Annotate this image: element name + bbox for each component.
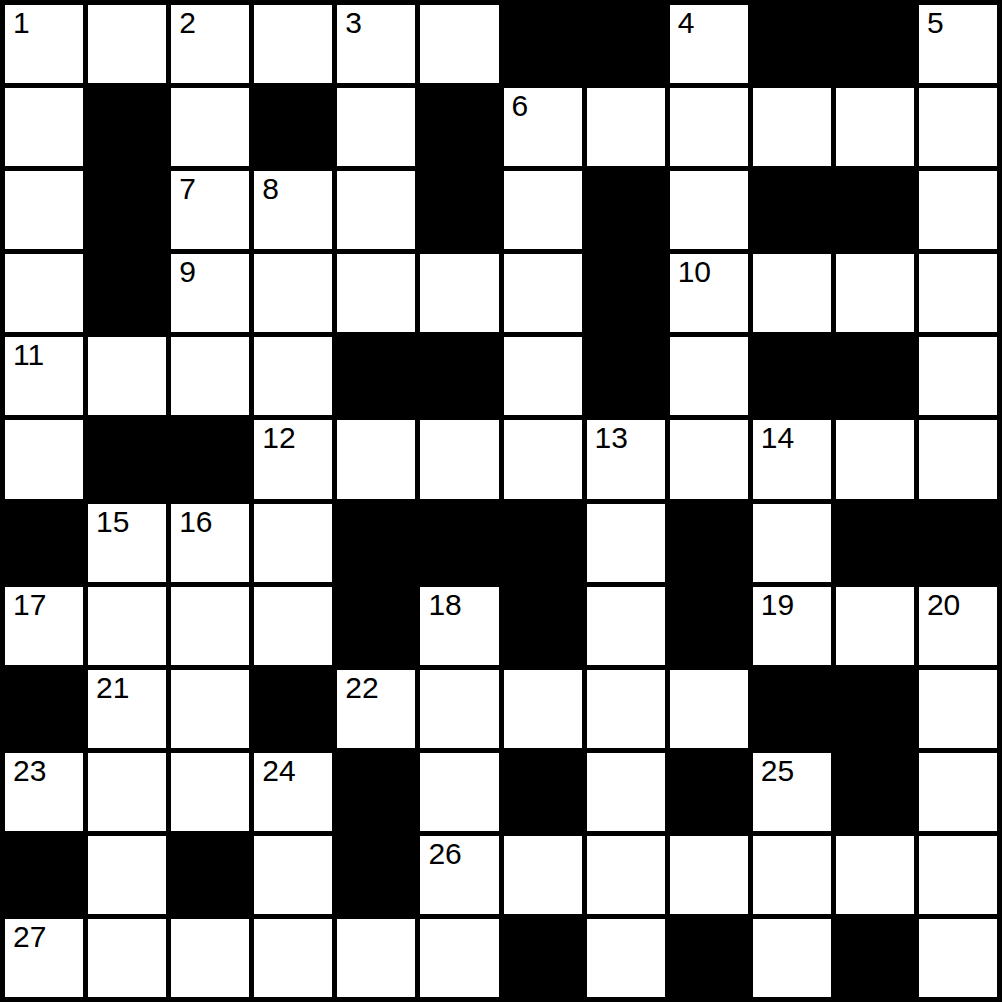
clue-number: 17	[13, 588, 46, 623]
black-cell	[919, 504, 997, 582]
white-cell[interactable]	[836, 254, 914, 332]
black-cell	[670, 587, 748, 665]
white-cell[interactable]	[670, 670, 748, 748]
white-cell[interactable]	[88, 587, 166, 665]
white-cell[interactable]: 5	[919, 5, 997, 83]
white-cell[interactable]	[670, 420, 748, 498]
white-cell[interactable]	[88, 919, 166, 997]
white-cell[interactable]: 14	[753, 420, 831, 498]
white-cell[interactable]	[504, 254, 582, 332]
black-cell	[670, 504, 748, 582]
white-cell[interactable]	[88, 5, 166, 83]
white-cell[interactable]	[171, 670, 249, 748]
white-cell[interactable]	[504, 171, 582, 249]
white-cell[interactable]	[587, 753, 665, 831]
white-cell[interactable]	[753, 836, 831, 914]
white-cell[interactable]	[587, 919, 665, 997]
black-cell	[504, 919, 582, 997]
white-cell[interactable]	[587, 504, 665, 582]
black-cell	[670, 753, 748, 831]
white-cell[interactable]: 9	[171, 254, 249, 332]
white-cell[interactable]	[337, 88, 415, 166]
white-cell[interactable]: 21	[88, 670, 166, 748]
black-cell	[420, 88, 498, 166]
white-cell[interactable]	[254, 337, 332, 415]
clue-number: 9	[179, 255, 196, 290]
black-cell	[420, 337, 498, 415]
black-cell	[753, 670, 831, 748]
clue-number: 16	[179, 505, 212, 540]
black-cell	[254, 670, 332, 748]
crossword-board: 1234567891011121314151617181920212223242…	[0, 0, 1002, 1002]
black-cell	[587, 171, 665, 249]
clue-number: 13	[595, 421, 628, 456]
white-cell[interactable]	[670, 836, 748, 914]
white-cell[interactable]	[753, 88, 831, 166]
black-cell	[171, 420, 249, 498]
white-cell[interactable]	[88, 753, 166, 831]
clue-number: 3	[345, 6, 362, 41]
white-cell[interactable]: 2	[171, 5, 249, 83]
white-cell[interactable]	[753, 254, 831, 332]
black-cell	[836, 5, 914, 83]
white-cell[interactable]	[753, 919, 831, 997]
black-cell	[836, 171, 914, 249]
black-cell	[836, 753, 914, 831]
black-cell	[753, 337, 831, 415]
white-cell[interactable]	[171, 919, 249, 997]
white-cell[interactable]	[836, 420, 914, 498]
white-cell[interactable]: 6	[504, 88, 582, 166]
white-cell[interactable]	[587, 836, 665, 914]
white-cell[interactable]	[171, 337, 249, 415]
clue-number: 7	[179, 172, 196, 207]
white-cell[interactable]	[587, 88, 665, 166]
white-cell[interactable]: 12	[254, 420, 332, 498]
clue-number: 21	[96, 671, 129, 706]
clue-number: 19	[761, 588, 794, 623]
clue-number: 18	[428, 588, 461, 623]
white-cell[interactable]	[420, 753, 498, 831]
white-cell[interactable]: 23	[5, 753, 83, 831]
white-cell[interactable]	[337, 171, 415, 249]
black-cell	[504, 504, 582, 582]
black-cell	[171, 836, 249, 914]
black-cell	[753, 5, 831, 83]
white-cell[interactable]: 19	[753, 587, 831, 665]
white-cell[interactable]	[836, 587, 914, 665]
clue-number: 2	[179, 6, 196, 41]
white-cell[interactable]: 15	[88, 504, 166, 582]
black-cell	[420, 504, 498, 582]
clue-number: 27	[13, 920, 46, 955]
black-cell	[587, 254, 665, 332]
white-cell[interactable]	[171, 753, 249, 831]
white-cell[interactable]: 26	[420, 836, 498, 914]
clue-number: 23	[13, 754, 46, 789]
white-cell[interactable]: 25	[753, 753, 831, 831]
black-cell	[5, 504, 83, 582]
black-cell	[5, 836, 83, 914]
black-cell	[5, 670, 83, 748]
white-cell[interactable]	[420, 5, 498, 83]
white-cell[interactable]: 7	[171, 171, 249, 249]
black-cell	[337, 504, 415, 582]
black-cell	[836, 919, 914, 997]
black-cell	[88, 88, 166, 166]
white-cell[interactable]	[753, 504, 831, 582]
clue-number: 15	[96, 505, 129, 540]
black-cell	[836, 504, 914, 582]
white-cell[interactable]	[919, 670, 997, 748]
white-cell[interactable]	[836, 836, 914, 914]
white-cell[interactable]	[836, 88, 914, 166]
white-cell[interactable]	[504, 836, 582, 914]
black-cell	[337, 587, 415, 665]
black-cell	[587, 5, 665, 83]
black-cell	[88, 254, 166, 332]
white-cell[interactable]	[5, 88, 83, 166]
black-cell	[337, 753, 415, 831]
white-cell[interactable]	[5, 420, 83, 498]
white-cell[interactable]	[587, 670, 665, 748]
clue-number: 12	[262, 421, 295, 456]
black-cell	[254, 88, 332, 166]
clue-number: 10	[678, 255, 711, 290]
white-cell[interactable]	[919, 88, 997, 166]
white-cell[interactable]: 11	[5, 337, 83, 415]
white-cell[interactable]	[504, 670, 582, 748]
white-cell[interactable]: 4	[670, 5, 748, 83]
white-cell[interactable]: 27	[5, 919, 83, 997]
clue-number: 24	[262, 754, 295, 789]
white-cell[interactable]	[670, 337, 748, 415]
white-cell[interactable]: 20	[919, 587, 997, 665]
white-cell[interactable]: 8	[254, 171, 332, 249]
black-cell	[504, 753, 582, 831]
white-cell[interactable]	[420, 919, 498, 997]
white-cell[interactable]: 24	[254, 753, 332, 831]
white-cell[interactable]	[919, 753, 997, 831]
white-cell[interactable]	[919, 420, 997, 498]
black-cell	[753, 171, 831, 249]
white-cell[interactable]	[670, 88, 748, 166]
white-cell[interactable]: 13	[587, 420, 665, 498]
clue-number: 1	[13, 6, 30, 41]
clue-number: 26	[428, 837, 461, 872]
clue-number: 4	[678, 6, 695, 41]
white-cell[interactable]	[254, 919, 332, 997]
black-cell	[88, 171, 166, 249]
white-cell[interactable]	[670, 171, 748, 249]
white-cell[interactable]	[88, 836, 166, 914]
white-cell[interactable]	[254, 5, 332, 83]
white-cell[interactable]	[171, 88, 249, 166]
white-cell[interactable]	[420, 254, 498, 332]
white-cell[interactable]: 1	[5, 5, 83, 83]
white-cell[interactable]	[337, 420, 415, 498]
black-cell	[836, 337, 914, 415]
black-cell	[504, 5, 582, 83]
black-cell	[587, 337, 665, 415]
white-cell[interactable]	[919, 836, 997, 914]
white-cell[interactable]	[919, 254, 997, 332]
clue-number: 22	[345, 671, 378, 706]
white-cell[interactable]	[919, 171, 997, 249]
black-cell	[836, 670, 914, 748]
clue-number: 20	[927, 588, 960, 623]
white-cell[interactable]	[504, 420, 582, 498]
white-cell[interactable]	[254, 254, 332, 332]
white-cell[interactable]: 18	[420, 587, 498, 665]
white-cell[interactable]: 22	[337, 670, 415, 748]
white-cell[interactable]	[919, 919, 997, 997]
black-cell	[88, 420, 166, 498]
white-cell[interactable]	[171, 587, 249, 665]
white-cell[interactable]	[587, 587, 665, 665]
white-cell[interactable]	[254, 836, 332, 914]
white-cell[interactable]	[337, 254, 415, 332]
white-cell[interactable]	[504, 337, 582, 415]
clue-number: 6	[512, 89, 529, 124]
clue-number: 5	[927, 6, 944, 41]
white-cell[interactable]	[88, 337, 166, 415]
white-cell[interactable]	[254, 587, 332, 665]
white-cell[interactable]	[420, 420, 498, 498]
black-cell	[670, 919, 748, 997]
black-cell	[504, 587, 582, 665]
white-cell[interactable]	[254, 504, 332, 582]
white-cell[interactable]: 3	[337, 5, 415, 83]
black-cell	[337, 836, 415, 914]
white-cell[interactable]: 17	[5, 587, 83, 665]
black-cell	[337, 337, 415, 415]
clue-number: 11	[13, 338, 44, 373]
white-cell[interactable]	[5, 171, 83, 249]
clue-number: 25	[761, 754, 794, 789]
white-cell[interactable]	[337, 919, 415, 997]
clue-number: 14	[761, 421, 794, 456]
white-cell[interactable]: 16	[171, 504, 249, 582]
clue-number: 8	[262, 172, 279, 207]
white-cell[interactable]	[919, 337, 997, 415]
white-cell[interactable]	[5, 254, 83, 332]
black-cell	[420, 171, 498, 249]
white-cell[interactable]: 10	[670, 254, 748, 332]
white-cell[interactable]	[420, 670, 498, 748]
